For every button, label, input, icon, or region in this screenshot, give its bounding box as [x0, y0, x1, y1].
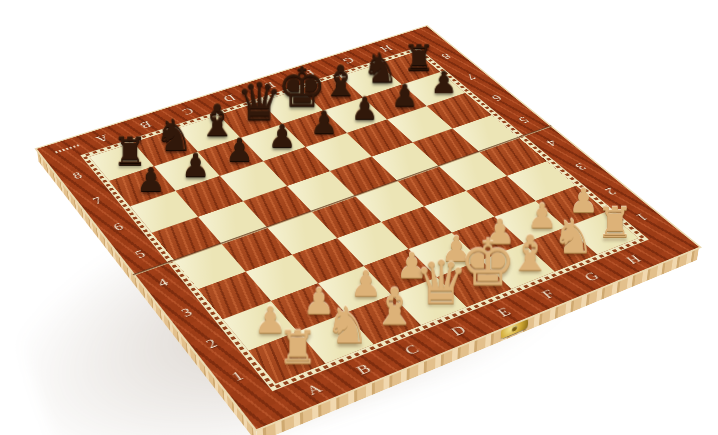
piece-white-rook-a1[interactable]: ♜	[269, 324, 326, 370]
piece-black-pawn-b7[interactable]: ♟	[171, 148, 220, 181]
piece-black-pawn-c7[interactable]: ♟	[215, 133, 264, 165]
chess-board: ABCDEFGH ABCDEFGH 87654321 87654321 ♜♞♝♛…	[37, 26, 699, 429]
perspective-scene: ABCDEFGH ABCDEFGH 87654321 87654321 ♜♞♝♛…	[0, 0, 718, 435]
piece-black-pawn-f7[interactable]: ♟	[341, 92, 388, 123]
piece-black-pawn-e7[interactable]: ♟	[300, 106, 348, 137]
piece-black-pawn-d7[interactable]: ♟	[258, 119, 306, 151]
piece-white-knight-b1[interactable]: ♞	[319, 300, 375, 351]
piece-white-bishop-c1[interactable]: ♝	[367, 280, 422, 331]
playing-field: ♜♞♝♛♚♝♞♜♟♟♟♟♟♟♟♟♟♟♟♟♟♟♟♟♜♞♝♛♚♝♞♜	[80, 47, 648, 391]
product-photo-background: ABCDEFGH ABCDEFGH 87654321 87654321 ♜♞♝♛…	[0, 0, 718, 435]
maker-mark	[53, 144, 80, 154]
piece-black-pawn-a7[interactable]: ♟	[126, 163, 176, 196]
